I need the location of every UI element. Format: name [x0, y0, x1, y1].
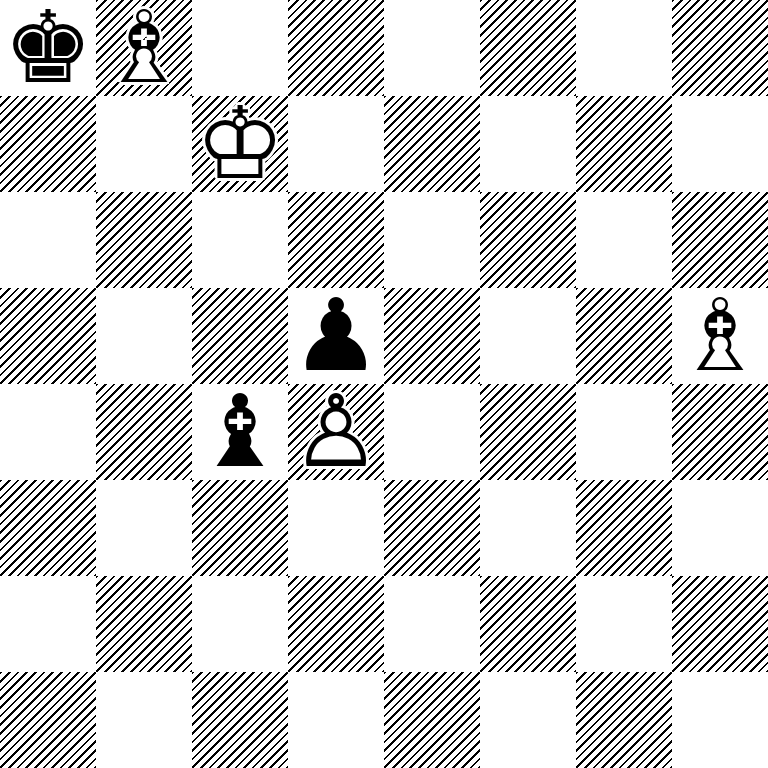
- square-g7[interactable]: [576, 96, 672, 192]
- square-e8[interactable]: [384, 0, 480, 96]
- square-f7[interactable]: [480, 96, 576, 192]
- piece-black-pawn-d5[interactable]: ♟♟: [288, 288, 384, 384]
- square-c6[interactable]: [192, 192, 288, 288]
- square-h6[interactable]: [672, 192, 768, 288]
- square-c3[interactable]: [192, 480, 288, 576]
- square-h3[interactable]: [672, 480, 768, 576]
- square-b5[interactable]: [96, 288, 192, 384]
- square-g5[interactable]: [576, 288, 672, 384]
- black-king-icon: ♚: [0, 0, 96, 96]
- square-f8[interactable]: [480, 0, 576, 96]
- square-a8[interactable]: ♚♚: [0, 0, 96, 96]
- piece-black-king-a8[interactable]: ♚♚: [0, 0, 96, 96]
- square-c2[interactable]: [192, 576, 288, 672]
- black-bishop-icon: ♝: [192, 384, 288, 480]
- square-g1[interactable]: [576, 672, 672, 768]
- piece-white-king-c7[interactable]: ♚♔: [192, 96, 288, 192]
- square-e6[interactable]: [384, 192, 480, 288]
- square-f1[interactable]: [480, 672, 576, 768]
- white-bishop-icon: ♗: [96, 0, 192, 96]
- square-e3[interactable]: [384, 480, 480, 576]
- square-h1[interactable]: [672, 672, 768, 768]
- square-d7[interactable]: [288, 96, 384, 192]
- piece-white-pawn-d4[interactable]: ♟♙: [288, 384, 384, 480]
- square-b6[interactable]: [96, 192, 192, 288]
- square-h5[interactable]: ♝♗: [672, 288, 768, 384]
- square-b7[interactable]: [96, 96, 192, 192]
- piece-white-bishop-h5[interactable]: ♝♗: [672, 288, 768, 384]
- square-b2[interactable]: [96, 576, 192, 672]
- white-pawn-icon: ♙: [288, 384, 384, 480]
- square-f2[interactable]: [480, 576, 576, 672]
- square-b1[interactable]: [96, 672, 192, 768]
- square-d2[interactable]: [288, 576, 384, 672]
- square-h8[interactable]: [672, 0, 768, 96]
- white-king-icon: ♔: [192, 96, 288, 192]
- square-a6[interactable]: [0, 192, 96, 288]
- square-e4[interactable]: [384, 384, 480, 480]
- square-c8[interactable]: [192, 0, 288, 96]
- square-c4[interactable]: ♝♝: [192, 384, 288, 480]
- square-e2[interactable]: [384, 576, 480, 672]
- chess-board: ♚♚♝♗♚♔♟♟♝♗♝♝♟♙: [0, 0, 768, 768]
- square-e1[interactable]: [384, 672, 480, 768]
- square-d1[interactable]: [288, 672, 384, 768]
- square-h4[interactable]: [672, 384, 768, 480]
- square-b4[interactable]: [96, 384, 192, 480]
- square-g8[interactable]: [576, 0, 672, 96]
- square-e5[interactable]: [384, 288, 480, 384]
- square-d4[interactable]: ♟♙: [288, 384, 384, 480]
- square-f4[interactable]: [480, 384, 576, 480]
- square-h7[interactable]: [672, 96, 768, 192]
- square-h2[interactable]: [672, 576, 768, 672]
- square-g4[interactable]: [576, 384, 672, 480]
- square-a4[interactable]: [0, 384, 96, 480]
- white-bishop-icon: ♗: [672, 288, 768, 384]
- square-d8[interactable]: [288, 0, 384, 96]
- square-d5[interactable]: ♟♟: [288, 288, 384, 384]
- piece-black-bishop-c4[interactable]: ♝♝: [192, 384, 288, 480]
- square-b8[interactable]: ♝♗: [96, 0, 192, 96]
- square-e7[interactable]: [384, 96, 480, 192]
- square-g2[interactable]: [576, 576, 672, 672]
- square-f6[interactable]: [480, 192, 576, 288]
- square-a1[interactable]: [0, 672, 96, 768]
- square-b3[interactable]: [96, 480, 192, 576]
- black-pawn-icon: ♟: [288, 288, 384, 384]
- square-c5[interactable]: [192, 288, 288, 384]
- square-g3[interactable]: [576, 480, 672, 576]
- square-a5[interactable]: [0, 288, 96, 384]
- piece-white-bishop-b8[interactable]: ♝♗: [96, 0, 192, 96]
- square-d6[interactable]: [288, 192, 384, 288]
- square-a2[interactable]: [0, 576, 96, 672]
- square-a3[interactable]: [0, 480, 96, 576]
- square-a7[interactable]: [0, 96, 96, 192]
- square-g6[interactable]: [576, 192, 672, 288]
- square-f3[interactable]: [480, 480, 576, 576]
- square-d3[interactable]: [288, 480, 384, 576]
- square-c7[interactable]: ♚♔: [192, 96, 288, 192]
- square-c1[interactable]: [192, 672, 288, 768]
- square-f5[interactable]: [480, 288, 576, 384]
